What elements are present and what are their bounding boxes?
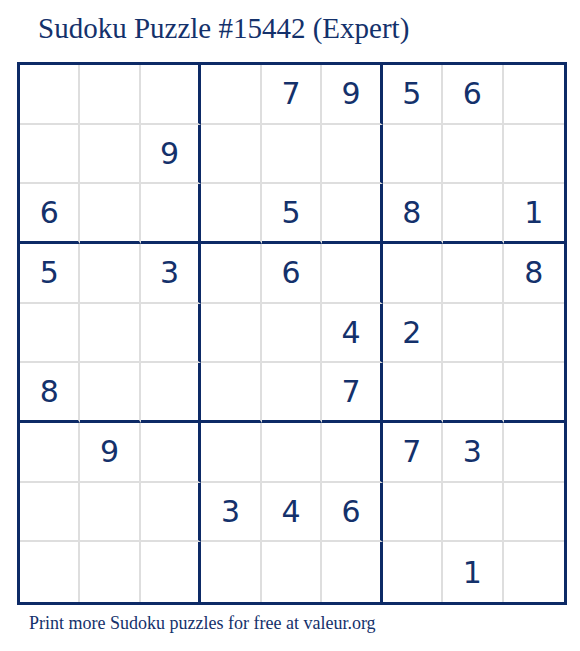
cell-r6c7[interactable] bbox=[383, 363, 443, 423]
cell-r7c7: 7 bbox=[383, 423, 443, 483]
cell-r3c4[interactable] bbox=[201, 184, 261, 244]
cell-r5c4[interactable] bbox=[201, 304, 261, 364]
cell-r4c1: 5 bbox=[20, 244, 80, 304]
cell-r5c2[interactable] bbox=[80, 304, 140, 364]
cell-r4c4[interactable] bbox=[201, 244, 261, 304]
cell-r9c4[interactable] bbox=[201, 542, 261, 602]
cell-r7c4[interactable] bbox=[201, 423, 261, 483]
cell-r4c2[interactable] bbox=[80, 244, 140, 304]
cell-r8c6: 6 bbox=[322, 483, 382, 543]
cell-r6c3[interactable] bbox=[141, 363, 201, 423]
cell-r5c7: 2 bbox=[383, 304, 443, 364]
cell-r7c2: 9 bbox=[80, 423, 140, 483]
cell-r9c3[interactable] bbox=[141, 542, 201, 602]
cell-r3c3[interactable] bbox=[141, 184, 201, 244]
cell-r6c9[interactable] bbox=[504, 363, 564, 423]
cell-r1c6: 9 bbox=[322, 65, 382, 125]
cell-r6c2[interactable] bbox=[80, 363, 140, 423]
cell-r6c1: 8 bbox=[20, 363, 80, 423]
cell-r2c1[interactable] bbox=[20, 125, 80, 185]
cell-r2c5[interactable] bbox=[262, 125, 322, 185]
cell-r8c3[interactable] bbox=[141, 483, 201, 543]
cell-r3c6[interactable] bbox=[322, 184, 382, 244]
cell-r4c6[interactable] bbox=[322, 244, 382, 304]
cell-r7c9[interactable] bbox=[504, 423, 564, 483]
cell-r4c7[interactable] bbox=[383, 244, 443, 304]
cell-r7c1[interactable] bbox=[20, 423, 80, 483]
cell-r3c9: 1 bbox=[504, 184, 564, 244]
sudoku-board: 795696581536842879733461 bbox=[17, 62, 567, 605]
cell-r5c5[interactable] bbox=[262, 304, 322, 364]
cell-r1c4[interactable] bbox=[201, 65, 261, 125]
cell-r5c6: 4 bbox=[322, 304, 382, 364]
cell-r2c2[interactable] bbox=[80, 125, 140, 185]
cell-r5c9[interactable] bbox=[504, 304, 564, 364]
cell-r7c6[interactable] bbox=[322, 423, 382, 483]
cell-r2c7[interactable] bbox=[383, 125, 443, 185]
cell-r9c6[interactable] bbox=[322, 542, 382, 602]
footer-text: Print more Sudoku puzzles for free at va… bbox=[29, 613, 376, 634]
cell-r9c1[interactable] bbox=[20, 542, 80, 602]
page-title: Sudoku Puzzle #15442 (Expert) bbox=[38, 12, 409, 45]
cell-r9c5[interactable] bbox=[262, 542, 322, 602]
cell-r6c4[interactable] bbox=[201, 363, 261, 423]
cell-r8c8[interactable] bbox=[443, 483, 503, 543]
cell-r7c5[interactable] bbox=[262, 423, 322, 483]
cell-r8c5: 4 bbox=[262, 483, 322, 543]
cell-r1c1[interactable] bbox=[20, 65, 80, 125]
cell-r5c3[interactable] bbox=[141, 304, 201, 364]
cell-r3c1: 6 bbox=[20, 184, 80, 244]
cell-r2c3: 9 bbox=[141, 125, 201, 185]
cell-r9c9[interactable] bbox=[504, 542, 564, 602]
cell-r1c7: 5 bbox=[383, 65, 443, 125]
cell-r4c3: 3 bbox=[141, 244, 201, 304]
cell-r2c8[interactable] bbox=[443, 125, 503, 185]
cell-r3c2[interactable] bbox=[80, 184, 140, 244]
cell-r1c2[interactable] bbox=[80, 65, 140, 125]
cell-r1c9[interactable] bbox=[504, 65, 564, 125]
cell-r1c3[interactable] bbox=[141, 65, 201, 125]
cell-r4c9: 8 bbox=[504, 244, 564, 304]
cell-r4c5: 6 bbox=[262, 244, 322, 304]
cell-r2c9[interactable] bbox=[504, 125, 564, 185]
cell-r2c4[interactable] bbox=[201, 125, 261, 185]
cell-r8c4: 3 bbox=[201, 483, 261, 543]
cell-r3c8[interactable] bbox=[443, 184, 503, 244]
cell-r8c1[interactable] bbox=[20, 483, 80, 543]
cell-r7c8: 3 bbox=[443, 423, 503, 483]
cell-r9c2[interactable] bbox=[80, 542, 140, 602]
cell-r2c6[interactable] bbox=[322, 125, 382, 185]
cell-r1c8: 6 bbox=[443, 65, 503, 125]
cell-r4c8[interactable] bbox=[443, 244, 503, 304]
cell-r3c5: 5 bbox=[262, 184, 322, 244]
cell-r5c1[interactable] bbox=[20, 304, 80, 364]
cell-r6c8[interactable] bbox=[443, 363, 503, 423]
cell-r5c8[interactable] bbox=[443, 304, 503, 364]
cell-r6c6: 7 bbox=[322, 363, 382, 423]
cell-r8c2[interactable] bbox=[80, 483, 140, 543]
cell-r1c5: 7 bbox=[262, 65, 322, 125]
cell-r6c5[interactable] bbox=[262, 363, 322, 423]
cell-r3c7: 8 bbox=[383, 184, 443, 244]
cell-r8c9[interactable] bbox=[504, 483, 564, 543]
cell-r9c8: 1 bbox=[443, 542, 503, 602]
cell-r8c7[interactable] bbox=[383, 483, 443, 543]
cell-r7c3[interactable] bbox=[141, 423, 201, 483]
cell-r9c7[interactable] bbox=[383, 542, 443, 602]
